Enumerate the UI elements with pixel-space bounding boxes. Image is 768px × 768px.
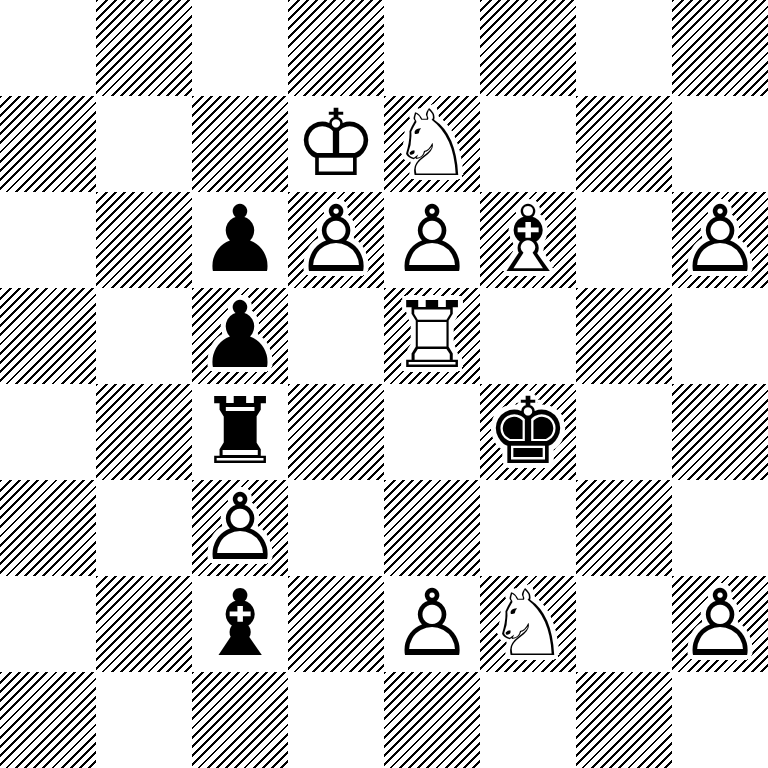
black-pawn[interactable]: ♟♟: [192, 192, 288, 288]
square-c6[interactable]: ♟♟: [192, 192, 288, 288]
square-b5[interactable]: [96, 288, 192, 384]
square-g5[interactable]: [576, 288, 672, 384]
black-rook-glyph: ♜: [192, 384, 288, 480]
square-c5[interactable]: ♟♟: [192, 288, 288, 384]
square-g8[interactable]: [576, 0, 672, 96]
white-king-glyph: ♔: [288, 96, 384, 192]
square-f5[interactable]: [480, 288, 576, 384]
square-b2[interactable]: [96, 576, 192, 672]
white-pawn-glyph: ♙: [384, 192, 480, 288]
white-pawn-glyph: ♙: [192, 480, 288, 576]
black-king-glyph: ♚: [480, 384, 576, 480]
white-pawn[interactable]: ♟♙: [192, 480, 288, 576]
square-g2[interactable]: [576, 576, 672, 672]
square-h7[interactable]: [672, 96, 768, 192]
white-pawn[interactable]: ♟♙: [672, 192, 768, 288]
square-e6[interactable]: ♟♙: [384, 192, 480, 288]
square-c3[interactable]: ♟♙: [192, 480, 288, 576]
square-g4[interactable]: [576, 384, 672, 480]
square-c8[interactable]: [192, 0, 288, 96]
square-d7[interactable]: ♚♔: [288, 96, 384, 192]
square-d5[interactable]: [288, 288, 384, 384]
square-b1[interactable]: [96, 672, 192, 768]
square-g7[interactable]: [576, 96, 672, 192]
black-king[interactable]: ♚♚: [480, 384, 576, 480]
square-g1[interactable]: [576, 672, 672, 768]
square-h3[interactable]: [672, 480, 768, 576]
square-e4[interactable]: [384, 384, 480, 480]
white-pawn[interactable]: ♟♙: [288, 192, 384, 288]
square-f3[interactable]: [480, 480, 576, 576]
square-e5[interactable]: ♜♖: [384, 288, 480, 384]
square-f8[interactable]: [480, 0, 576, 96]
square-b8[interactable]: [96, 0, 192, 96]
square-g3[interactable]: [576, 480, 672, 576]
square-a8[interactable]: [0, 0, 96, 96]
square-a6[interactable]: [0, 192, 96, 288]
square-c7[interactable]: [192, 96, 288, 192]
square-g6[interactable]: [576, 192, 672, 288]
square-b6[interactable]: [96, 192, 192, 288]
chess-board: ♚♔♞♘♟♟♟♙♟♙♝♗♟♙♟♟♜♖♜♜♚♚♟♙♝♝♟♙♞♘♟♙: [0, 0, 768, 768]
square-h4[interactable]: [672, 384, 768, 480]
square-b7[interactable]: [96, 96, 192, 192]
square-c2[interactable]: ♝♝: [192, 576, 288, 672]
square-a3[interactable]: [0, 480, 96, 576]
black-bishop-glyph: ♝: [192, 576, 288, 672]
square-a5[interactable]: [0, 288, 96, 384]
square-e2[interactable]: ♟♙: [384, 576, 480, 672]
square-e3[interactable]: [384, 480, 480, 576]
white-knight[interactable]: ♞♘: [384, 96, 480, 192]
square-d2[interactable]: [288, 576, 384, 672]
white-rook[interactable]: ♜♖: [384, 288, 480, 384]
square-d3[interactable]: [288, 480, 384, 576]
square-h8[interactable]: [672, 0, 768, 96]
black-pawn[interactable]: ♟♟: [192, 288, 288, 384]
square-b4[interactable]: [96, 384, 192, 480]
white-pawn-glyph: ♙: [288, 192, 384, 288]
black-pawn-glyph: ♟: [192, 288, 288, 384]
square-e7[interactable]: ♞♘: [384, 96, 480, 192]
square-a1[interactable]: [0, 672, 96, 768]
square-f7[interactable]: [480, 96, 576, 192]
square-f1[interactable]: [480, 672, 576, 768]
square-d4[interactable]: [288, 384, 384, 480]
square-f2[interactable]: ♞♘: [480, 576, 576, 672]
white-bishop[interactable]: ♝♗: [480, 192, 576, 288]
white-knight-glyph: ♘: [384, 96, 480, 192]
white-pawn-glyph: ♙: [672, 192, 768, 288]
square-d1[interactable]: [288, 672, 384, 768]
black-bishop[interactable]: ♝♝: [192, 576, 288, 672]
white-pawn-glyph: ♙: [384, 576, 480, 672]
white-pawn[interactable]: ♟♙: [672, 576, 768, 672]
white-rook-glyph: ♖: [384, 288, 480, 384]
white-pawn[interactable]: ♟♙: [384, 192, 480, 288]
square-e1[interactable]: [384, 672, 480, 768]
square-h2[interactable]: ♟♙: [672, 576, 768, 672]
white-bishop-glyph: ♗: [480, 192, 576, 288]
square-b3[interactable]: [96, 480, 192, 576]
white-knight[interactable]: ♞♘: [480, 576, 576, 672]
square-e8[interactable]: [384, 0, 480, 96]
square-f6[interactable]: ♝♗: [480, 192, 576, 288]
white-pawn-glyph: ♙: [672, 576, 768, 672]
square-a4[interactable]: [0, 384, 96, 480]
white-king[interactable]: ♚♔: [288, 96, 384, 192]
square-a7[interactable]: [0, 96, 96, 192]
square-d8[interactable]: [288, 0, 384, 96]
white-pawn[interactable]: ♟♙: [384, 576, 480, 672]
square-a2[interactable]: [0, 576, 96, 672]
white-knight-glyph: ♘: [480, 576, 576, 672]
square-c4[interactable]: ♜♜: [192, 384, 288, 480]
square-c1[interactable]: [192, 672, 288, 768]
square-f4[interactable]: ♚♚: [480, 384, 576, 480]
black-pawn-glyph: ♟: [192, 192, 288, 288]
square-h1[interactable]: [672, 672, 768, 768]
square-d6[interactable]: ♟♙: [288, 192, 384, 288]
square-h6[interactable]: ♟♙: [672, 192, 768, 288]
black-rook[interactable]: ♜♜: [192, 384, 288, 480]
square-h5[interactable]: [672, 288, 768, 384]
